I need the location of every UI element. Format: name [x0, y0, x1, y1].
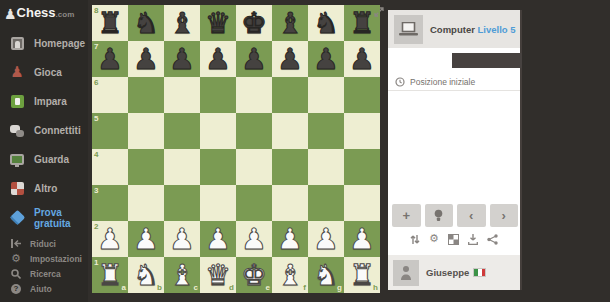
- black-pawn[interactable]: ♟: [169, 41, 195, 77]
- logo-tld: .com: [56, 10, 75, 19]
- square-f4[interactable]: [272, 149, 308, 185]
- panel-dark-strip: [452, 53, 522, 68]
- square-a2[interactable]: 2♟: [92, 221, 128, 257]
- black-bishop[interactable]: ♝: [277, 5, 303, 41]
- sidebar-item-label: Connettiti: [34, 125, 81, 136]
- square-d5[interactable]: [200, 113, 236, 149]
- board-tools: ⚙: [388, 233, 520, 245]
- black-pawn[interactable]: ♟: [133, 41, 159, 77]
- file-label: e: [266, 284, 270, 292]
- footer-item-label: Riduci: [30, 239, 56, 249]
- square-a4[interactable]: 4: [92, 149, 128, 185]
- square-a5[interactable]: 5: [92, 113, 128, 149]
- watch-monitor-icon: [9, 152, 25, 168]
- square-b5[interactable]: [128, 113, 164, 149]
- sidebar-item-altro[interactable]: Altro: [0, 174, 88, 203]
- footer-item-label: Impostazioni: [30, 254, 82, 264]
- square-b2[interactable]: ♟: [128, 221, 164, 257]
- square-c5[interactable]: [164, 113, 200, 149]
- search-icon: [10, 268, 22, 280]
- rank-label: 3: [94, 187, 98, 195]
- square-b4[interactable]: [128, 149, 164, 185]
- white-queen[interactable]: ♛: [205, 257, 231, 293]
- white-pawn[interactable]: ♟: [169, 221, 195, 257]
- square-a3[interactable]: 3: [92, 185, 128, 221]
- white-pawn[interactable]: ♟: [97, 221, 123, 257]
- homepage-icon: [9, 36, 25, 52]
- more-grid-icon: [9, 181, 25, 197]
- square-c7[interactable]: ♟: [164, 41, 200, 77]
- white-pawn[interactable]: ♟: [349, 221, 375, 257]
- person-avatar-icon: [399, 265, 413, 281]
- opponent-header: Computer Livello 5: [388, 10, 520, 48]
- white-rook[interactable]: ♜: [349, 257, 375, 293]
- square-a6[interactable]: 6: [92, 77, 128, 113]
- white-king[interactable]: ♚: [241, 257, 267, 293]
- footer-item-label: Aiuto: [30, 284, 52, 294]
- black-pawn[interactable]: ♟: [277, 41, 303, 77]
- sidebar-item-connettiti[interactable]: Connettiti: [0, 116, 88, 145]
- white-pawn[interactable]: ♟: [313, 221, 339, 257]
- diamond-icon: [9, 210, 25, 226]
- black-pawn[interactable]: ♟: [205, 41, 231, 77]
- square-e2[interactable]: ♟: [236, 221, 272, 257]
- square-e1[interactable]: e♚: [236, 257, 272, 293]
- rank-label: 7: [94, 43, 98, 51]
- footer-item-label: Ricerca: [30, 269, 61, 279]
- sidebar-item-label: Homepage: [34, 38, 85, 49]
- file-label: h: [373, 284, 378, 292]
- sidebar-item-guarda[interactable]: Guarda: [0, 145, 88, 174]
- square-e8[interactable]: ♚: [236, 5, 272, 41]
- square-b7[interactable]: ♟: [128, 41, 164, 77]
- sidebar: ♟ Chess .com Homepage ♟ Gioca Impara Con…: [0, 0, 88, 302]
- square-f5[interactable]: [272, 113, 308, 149]
- status-text: Posizione iniziale: [410, 77, 475, 87]
- square-d2[interactable]: ♟: [200, 221, 236, 257]
- square-h6[interactable]: [344, 77, 380, 113]
- sidebar-nav: Homepage ♟ Gioca Impara Connettiti Guard…: [0, 29, 88, 232]
- share-icon[interactable]: [487, 234, 498, 245]
- square-f8[interactable]: ♝: [272, 5, 308, 41]
- chessboard-container: 8♜♞♝♛♚♝♞♜7♟♟♟♟♟♟♟♟65432♟♟♟♟♟♟♟♟1a♜b♞c♝d♛…: [92, 5, 380, 293]
- square-c6[interactable]: [164, 77, 200, 113]
- square-b6[interactable]: [128, 77, 164, 113]
- white-pawn[interactable]: ♟: [277, 221, 303, 257]
- black-rook[interactable]: ♜: [349, 5, 375, 41]
- black-pawn[interactable]: ♟: [313, 41, 339, 77]
- square-h7[interactable]: ♟: [344, 41, 380, 77]
- square-h2[interactable]: ♟: [344, 221, 380, 257]
- white-rook[interactable]: ♜: [97, 257, 123, 293]
- flip-board-icon[interactable]: [410, 234, 420, 245]
- opponent-level-link[interactable]: Livello 5: [478, 24, 516, 35]
- game-panel: Computer Livello 5 Posizione iniziale + …: [388, 10, 522, 290]
- sidebar-item-impostazioni[interactable]: ⚙ Impostazioni: [0, 251, 88, 266]
- player-avatar[interactable]: [393, 260, 419, 286]
- white-pawn[interactable]: ♟: [241, 221, 267, 257]
- square-a8[interactable]: 8♜: [92, 5, 128, 41]
- add-button[interactable]: +: [392, 204, 421, 227]
- square-f1[interactable]: f♝: [272, 257, 308, 293]
- rank-label: 6: [94, 79, 98, 87]
- file-label: b: [157, 284, 162, 292]
- square-f7[interactable]: ♟: [272, 41, 308, 77]
- move-list-start-row: Posizione iniziale: [388, 73, 520, 91]
- chesscom-logo[interactable]: ♟ Chess .com: [0, 0, 88, 22]
- settings-gear-icon: ⚙: [10, 253, 22, 265]
- square-h5[interactable]: [344, 113, 380, 149]
- rank-label: 8: [94, 7, 98, 15]
- file-label: d: [229, 284, 234, 292]
- settings-gear-icon[interactable]: ⚙: [429, 233, 439, 245]
- sidebar-item-label: Gioca: [34, 67, 62, 78]
- analysis-board-icon[interactable]: [448, 234, 459, 245]
- player-bar: Giuseppe: [388, 255, 520, 290]
- white-knight[interactable]: ♞: [133, 257, 159, 293]
- square-g6[interactable]: [308, 77, 344, 113]
- back-button[interactable]: ‹: [457, 204, 486, 227]
- square-e5[interactable]: [236, 113, 272, 149]
- black-pawn[interactable]: ♟: [349, 41, 375, 77]
- computer-laptop-icon: [399, 22, 418, 37]
- hint-button[interactable]: [425, 204, 454, 227]
- square-f6[interactable]: [272, 77, 308, 113]
- square-b3[interactable]: [128, 185, 164, 221]
- sidebar-item-prova-gratuita[interactable]: Prova gratuita: [0, 203, 88, 232]
- square-h3[interactable]: [344, 185, 380, 221]
- square-g1[interactable]: g♞: [308, 257, 344, 293]
- white-pawn[interactable]: ♟: [133, 221, 159, 257]
- file-label: f: [303, 284, 306, 292]
- logo-brand: Chess: [17, 5, 56, 20]
- sidebar-item-homepage[interactable]: Homepage: [0, 29, 88, 58]
- square-f3[interactable]: [272, 185, 308, 221]
- play-pawn-icon: ♟: [9, 65, 25, 81]
- square-g5[interactable]: [308, 113, 344, 149]
- file-label: a: [122, 284, 126, 292]
- square-d4[interactable]: [200, 149, 236, 185]
- square-d1[interactable]: d♛: [200, 257, 236, 293]
- sidebar-footer: Riduci ⚙ Impostazioni Ricerca ? Aiuto: [0, 236, 88, 296]
- square-c4[interactable]: [164, 149, 200, 185]
- sidebar-item-aiuto[interactable]: ? Aiuto: [0, 281, 88, 296]
- square-b1[interactable]: b♞: [128, 257, 164, 293]
- opponent-name: Computer Livello 5: [430, 24, 516, 35]
- square-a7[interactable]: 7♟: [92, 41, 128, 77]
- sidebar-item-label: Altro: [34, 183, 57, 194]
- square-b8[interactable]: ♞: [128, 5, 164, 41]
- sidebar-item-ricerca[interactable]: Ricerca: [0, 266, 88, 281]
- black-bishop[interactable]: ♝: [169, 5, 195, 41]
- square-e3[interactable]: [236, 185, 272, 221]
- square-h1[interactable]: h♜: [344, 257, 380, 293]
- file-label: c: [194, 284, 198, 292]
- opponent-name-text: Computer: [430, 24, 475, 35]
- black-queen[interactable]: ♛: [205, 5, 231, 41]
- square-e7[interactable]: ♟: [236, 41, 272, 77]
- help-icon: ?: [10, 283, 22, 295]
- square-d6[interactable]: [200, 77, 236, 113]
- square-a1[interactable]: 1a♜: [92, 257, 128, 293]
- sidebar-item-label: Impara: [34, 96, 67, 107]
- player-name: Giuseppe: [426, 267, 469, 278]
- square-c2[interactable]: ♟: [164, 221, 200, 257]
- sidebar-item-label: Guarda: [34, 154, 69, 165]
- computer-avatar[interactable]: [394, 15, 423, 44]
- download-icon[interactable]: [468, 234, 478, 245]
- square-d3[interactable]: [200, 185, 236, 221]
- lightbulb-icon: [434, 209, 443, 222]
- black-king[interactable]: ♚: [241, 5, 267, 41]
- clock-icon: [395, 77, 405, 87]
- forward-button[interactable]: ›: [490, 204, 519, 227]
- square-c8[interactable]: ♝: [164, 5, 200, 41]
- black-knight[interactable]: ♞: [133, 5, 159, 41]
- file-label: g: [337, 284, 342, 292]
- square-d7[interactable]: ♟: [200, 41, 236, 77]
- rank-label: 4: [94, 151, 98, 159]
- rank-label: 5: [94, 115, 98, 123]
- white-pawn[interactable]: ♟: [205, 221, 231, 257]
- square-g3[interactable]: [308, 185, 344, 221]
- collapse-icon: [10, 238, 22, 250]
- square-f2[interactable]: ♟: [272, 221, 308, 257]
- square-g7[interactable]: ♟: [308, 41, 344, 77]
- black-pawn[interactable]: ♟: [241, 41, 267, 77]
- white-bishop[interactable]: ♝: [277, 257, 303, 293]
- square-d8[interactable]: ♛: [200, 5, 236, 41]
- square-h4[interactable]: [344, 149, 380, 185]
- black-rook[interactable]: ♜: [97, 5, 123, 41]
- chessboard[interactable]: 8♜♞♝♛♚♝♞♜7♟♟♟♟♟♟♟♟65432♟♟♟♟♟♟♟♟1a♜b♞c♝d♛…: [92, 5, 380, 293]
- sidebar-item-riduci[interactable]: Riduci: [0, 236, 88, 251]
- sidebar-item-gioca[interactable]: ♟ Gioca: [0, 58, 88, 87]
- learn-icon: [9, 94, 25, 110]
- white-knight[interactable]: ♞: [313, 257, 339, 293]
- black-knight[interactable]: ♞: [313, 5, 339, 41]
- black-pawn[interactable]: ♟: [97, 41, 123, 77]
- sidebar-item-impara[interactable]: Impara: [0, 87, 88, 116]
- expand-icon[interactable]: [374, 7, 384, 17]
- white-bishop[interactable]: ♝: [169, 257, 195, 293]
- rank-label: 1: [94, 259, 98, 267]
- square-g2[interactable]: ♟: [308, 221, 344, 257]
- square-c1[interactable]: c♝: [164, 257, 200, 293]
- move-controls: + ‹ ›: [392, 204, 518, 227]
- square-g8[interactable]: ♞: [308, 5, 344, 41]
- italy-flag-icon: [473, 268, 486, 277]
- rank-label: 2: [94, 223, 98, 231]
- square-g4[interactable]: [308, 149, 344, 185]
- connect-bubbles-icon: [9, 123, 25, 139]
- square-c3[interactable]: [164, 185, 200, 221]
- pawn-logo-icon: ♟: [4, 7, 17, 21]
- square-e6[interactable]: [236, 77, 272, 113]
- sidebar-item-label: Prova gratuita: [34, 207, 88, 229]
- square-e4[interactable]: [236, 149, 272, 185]
